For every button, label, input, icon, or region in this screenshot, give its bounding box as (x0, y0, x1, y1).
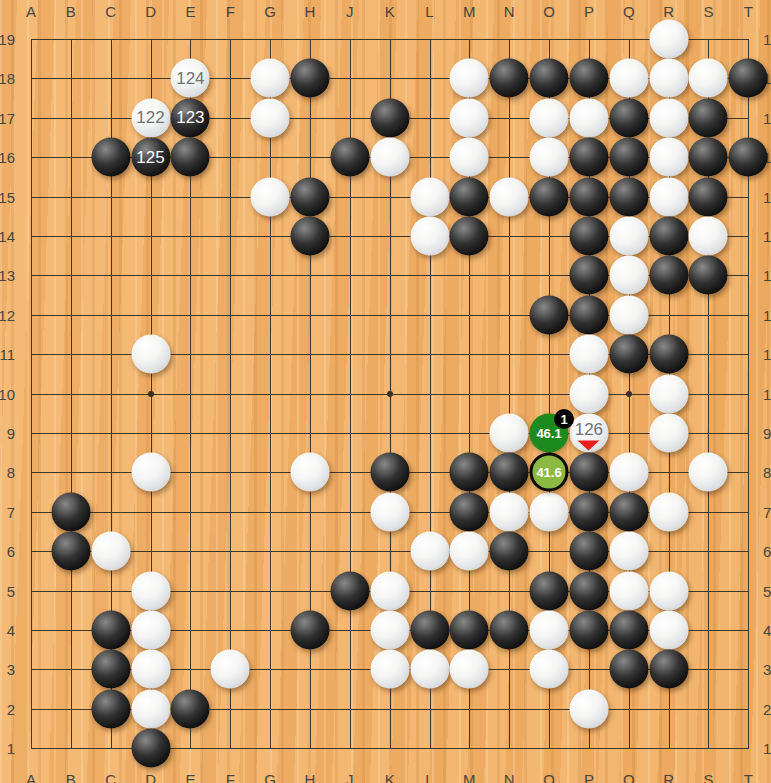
stone-white-O4 (530, 611, 569, 650)
stone-white-G17 (251, 98, 290, 137)
stone-black-H18 (290, 59, 329, 98)
stone-black-P13 (569, 256, 608, 295)
stone-white-K4 (370, 611, 409, 650)
stone-black-J5 (330, 571, 369, 610)
stone-white-Q6 (609, 532, 648, 571)
stone-black-N18 (490, 59, 529, 98)
stone-black-S13 (689, 256, 728, 295)
stone-black-K8 (370, 453, 409, 492)
stone-white-G18 (251, 59, 290, 98)
stone-black-C4 (91, 611, 130, 650)
last-move-triangle-icon (578, 441, 600, 451)
stone-black-P18 (569, 59, 608, 98)
stone-white-P11 (569, 335, 608, 374)
stone-white-O17 (530, 98, 569, 137)
candidate-move-O8[interactable]: 41.6 (530, 453, 569, 492)
stone-white-D4 (131, 611, 170, 650)
move-number-label: 122 (136, 108, 164, 128)
stone-white-S8 (689, 453, 728, 492)
stone-white-R10 (649, 374, 688, 413)
stone-white-D11 (131, 335, 170, 374)
stone-black-T16 (729, 138, 768, 177)
stone-black-P12 (569, 295, 608, 334)
stone-black-D16: 125 (131, 138, 170, 177)
stone-white-G15 (251, 177, 290, 216)
stone-white-O16 (530, 138, 569, 177)
stone-black-M15 (450, 177, 489, 216)
stone-black-Q11 (609, 335, 648, 374)
stone-black-P5 (569, 571, 608, 610)
stone-black-R11 (649, 335, 688, 374)
move-number-label: 126 (575, 420, 603, 440)
stone-white-L14 (410, 217, 449, 256)
stone-white-S14 (689, 217, 728, 256)
stone-black-Q4 (609, 611, 648, 650)
stone-black-P15 (569, 177, 608, 216)
go-board[interactable]: AABBCCDDEEFFGGHHJJKKLLMMNNOOPPQQRRSSTT19… (0, 0, 771, 783)
stone-white-S18 (689, 59, 728, 98)
stone-black-M8 (450, 453, 489, 492)
stone-black-P8 (569, 453, 608, 492)
stone-white-R9 (649, 414, 688, 453)
stone-black-N6 (490, 532, 529, 571)
stone-white-R19 (649, 20, 688, 59)
stone-white-K16 (370, 138, 409, 177)
stone-black-H14 (290, 217, 329, 256)
stone-white-E18: 124 (171, 59, 210, 98)
stone-black-P14 (569, 217, 608, 256)
stone-white-M18 (450, 59, 489, 98)
stone-black-S17 (689, 98, 728, 137)
stone-white-R5 (649, 571, 688, 610)
stone-black-P7 (569, 492, 608, 531)
stone-white-D8 (131, 453, 170, 492)
stone-white-R7 (649, 492, 688, 531)
stone-white-L15 (410, 177, 449, 216)
stone-white-P17 (569, 98, 608, 137)
stone-white-D5 (131, 571, 170, 610)
stone-white-N7 (490, 492, 529, 531)
stone-black-J16 (330, 138, 369, 177)
move-number-label: 123 (176, 108, 204, 128)
stone-black-O5 (530, 571, 569, 610)
stone-white-K5 (370, 571, 409, 610)
stones-layer: 12412212312512646.1141.6 (0, 0, 771, 783)
stone-white-D2 (131, 689, 170, 728)
stone-black-O12 (530, 295, 569, 334)
stone-black-Q17 (609, 98, 648, 137)
stone-black-Q3 (609, 650, 648, 689)
stone-white-Q5 (609, 571, 648, 610)
stone-black-M7 (450, 492, 489, 531)
stone-black-M14 (450, 217, 489, 256)
stone-black-K17 (370, 98, 409, 137)
stone-black-Q15 (609, 177, 648, 216)
stone-black-C16 (91, 138, 130, 177)
stone-black-C2 (91, 689, 130, 728)
stone-black-Q16 (609, 138, 648, 177)
stone-white-Q14 (609, 217, 648, 256)
stone-white-N15 (490, 177, 529, 216)
stone-white-F3 (211, 650, 250, 689)
stone-black-R3 (649, 650, 688, 689)
stone-black-H4 (290, 611, 329, 650)
stone-black-O15 (530, 177, 569, 216)
stone-white-M3 (450, 650, 489, 689)
stone-white-Q13 (609, 256, 648, 295)
stone-white-D17: 122 (131, 98, 170, 137)
stone-white-C6 (91, 532, 130, 571)
stone-white-O3 (530, 650, 569, 689)
stone-black-E17: 123 (171, 98, 210, 137)
stone-black-N4 (490, 611, 529, 650)
stone-black-S15 (689, 177, 728, 216)
candidate-rank-badge: 1 (554, 409, 574, 429)
stone-black-N8 (490, 453, 529, 492)
stone-black-E16 (171, 138, 210, 177)
stone-black-P16 (569, 138, 608, 177)
stone-black-P6 (569, 532, 608, 571)
stone-black-M4 (450, 611, 489, 650)
stone-black-B6 (51, 532, 90, 571)
stone-black-R13 (649, 256, 688, 295)
stone-white-Q18 (609, 59, 648, 98)
stone-white-R16 (649, 138, 688, 177)
stone-white-K7 (370, 492, 409, 531)
stone-black-L4 (410, 611, 449, 650)
stone-white-O7 (530, 492, 569, 531)
stone-black-P4 (569, 611, 608, 650)
stone-white-M16 (450, 138, 489, 177)
stone-white-P2 (569, 689, 608, 728)
stone-white-R17 (649, 98, 688, 137)
stone-black-O18 (530, 59, 569, 98)
stone-white-M17 (450, 98, 489, 137)
stone-white-Q12 (609, 295, 648, 334)
stone-white-L6 (410, 532, 449, 571)
stone-white-R4 (649, 611, 688, 650)
move-number-label: 125 (136, 147, 164, 167)
stone-white-M6 (450, 532, 489, 571)
stone-white-R15 (649, 177, 688, 216)
stone-black-R14 (649, 217, 688, 256)
stone-black-S16 (689, 138, 728, 177)
stone-black-Q7 (609, 492, 648, 531)
stone-black-D1 (131, 729, 170, 768)
stone-white-Q8 (609, 453, 648, 492)
stone-white-H8 (290, 453, 329, 492)
stone-white-D3 (131, 650, 170, 689)
stone-black-H15 (290, 177, 329, 216)
stone-black-T18 (729, 59, 768, 98)
stone-black-C3 (91, 650, 130, 689)
move-number-label: 124 (176, 68, 204, 88)
stone-white-L3 (410, 650, 449, 689)
stone-white-R18 (649, 59, 688, 98)
stone-white-P9: 126 (569, 414, 608, 453)
stone-white-K3 (370, 650, 409, 689)
stone-black-B7 (51, 492, 90, 531)
stone-black-E2 (171, 689, 210, 728)
stone-white-N9 (490, 414, 529, 453)
stone-white-P10 (569, 374, 608, 413)
